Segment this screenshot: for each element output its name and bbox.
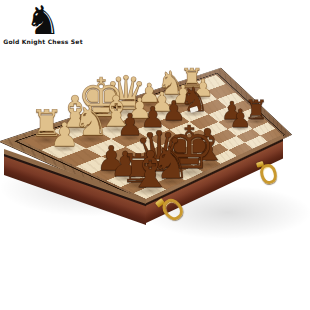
clasp-ring [258,162,279,186]
piece-shadow [155,177,186,186]
brand-logo: ♞ Gold Knight Chess Set [0,0,86,45]
piece-shadow [53,145,76,152]
piece-shadow [130,118,150,124]
piece-shadow [160,93,183,100]
knight-logo-icon: ♞ [0,0,86,40]
piece-shadow [183,87,201,92]
piece-shadow [164,119,183,124]
piece-shadow [120,135,141,141]
piece-shadow [34,136,60,143]
piece-shadow [101,125,131,134]
brand-logo-text: Gold Knight Chess Set [0,38,86,45]
piece-shadow [77,135,106,143]
product-photo: ♞ Gold Knight Chess Set ♜♝♚♛♟♞♜♟♞♝♟♟♟♟♟♟… [0,0,310,310]
piece-shadow [153,110,172,115]
piece-shadow [133,185,168,195]
piece-shadow [174,103,192,108]
piece-shadow [143,127,163,133]
piece-shadow [110,107,143,116]
piece-shadow [140,102,158,107]
